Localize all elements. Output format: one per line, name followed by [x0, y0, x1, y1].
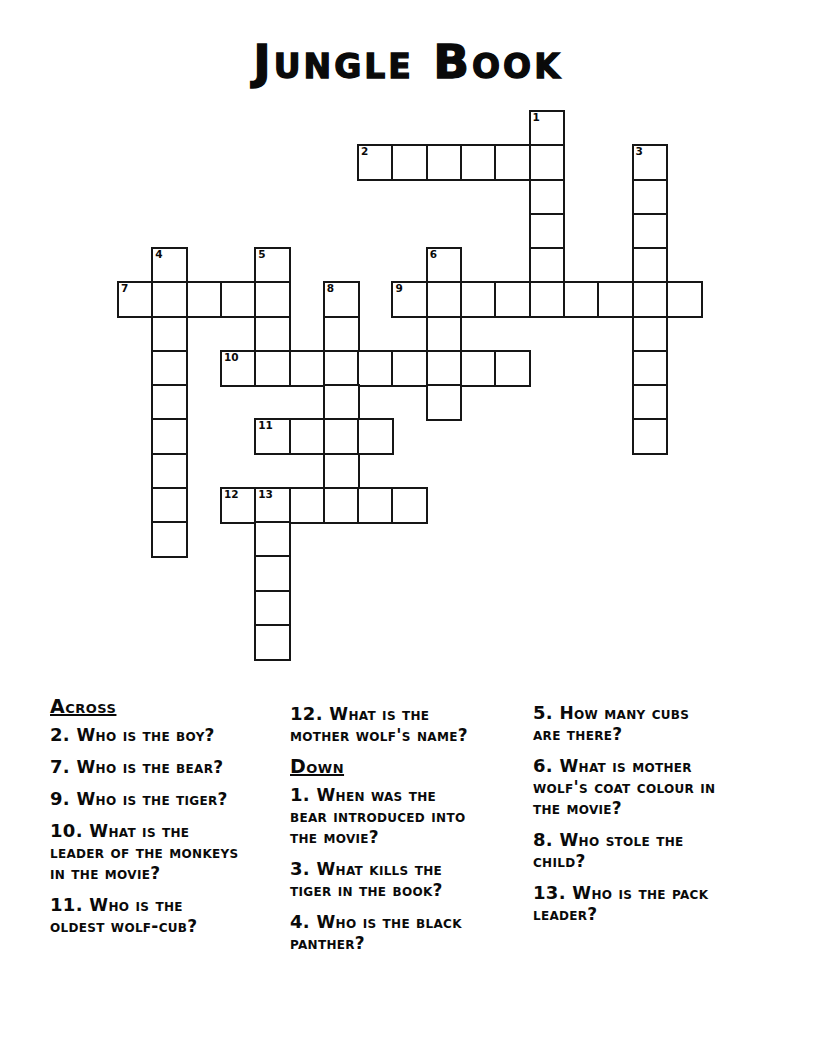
grid-cell-r4-c4[interactable]: 5 — [254, 247, 291, 284]
clue-text: Who is the bear? — [77, 757, 224, 777]
cell-number-11: 11 — [258, 420, 273, 432]
cell-number-8: 8 — [327, 283, 334, 295]
cell-number-6: 6 — [430, 249, 437, 261]
grid-cell-r6-c6[interactable] — [323, 316, 360, 353]
grid-cell-r1-c10[interactable] — [460, 144, 497, 181]
clue-number-label: 10. — [50, 820, 89, 841]
clue-9: 9. Who is the tiger? — [50, 788, 298, 810]
clue-number-label: 2. — [50, 724, 77, 745]
grid-cell-r9-c1[interactable] — [151, 418, 188, 455]
grid-cell-r8-c1[interactable] — [151, 384, 188, 421]
cell-number-12: 12 — [224, 489, 239, 501]
clue-text: Who is the black panther? — [290, 912, 462, 953]
clue-number-label: 7. — [50, 756, 77, 777]
clue-number-label: 9. — [50, 788, 77, 809]
grid-cell-r3-c15[interactable] — [632, 213, 669, 250]
grid-cell-r7-c15[interactable] — [632, 350, 669, 387]
grid-cell-r11-c7[interactable] — [357, 487, 394, 524]
grid-cell-r6-c4[interactable] — [254, 316, 291, 353]
clue-text: Who is the tiger? — [77, 789, 228, 809]
grid-cell-r2-c12[interactable] — [529, 179, 566, 216]
grid-cell-r7-c5[interactable] — [289, 350, 326, 387]
grid-cell-r4-c1[interactable]: 4 — [151, 247, 188, 284]
clue-8: 8. Who stole the child? — [533, 829, 781, 872]
grid-cell-r11-c4[interactable]: 13 — [254, 487, 291, 524]
grid-cell-r6-c1[interactable] — [151, 316, 188, 353]
clue-1: 1. When was the bear introduced into the… — [290, 784, 538, 848]
clue-number-label: 12. — [290, 703, 329, 724]
grid-cell-r5-c15[interactable] — [632, 281, 669, 318]
grid-cell-r11-c6[interactable] — [323, 487, 360, 524]
grid-cell-r11-c8[interactable] — [391, 487, 428, 524]
clue-text: What is mother wolf's coat colour in the… — [533, 756, 715, 818]
clue-column-middle: 12. What is the mother wolf's name?Down1… — [290, 703, 538, 964]
grid-cell-r5-c10[interactable] — [460, 281, 497, 318]
grid-cell-r5-c0[interactable]: 7 — [117, 281, 154, 318]
grid-cell-r1-c12[interactable] — [529, 144, 566, 181]
grid-cell-r9-c15[interactable] — [632, 418, 669, 455]
grid-cell-r4-c12[interactable] — [529, 247, 566, 284]
grid-cell-r1-c8[interactable] — [391, 144, 428, 181]
grid-cell-r1-c9[interactable] — [426, 144, 463, 181]
cell-number-3: 3 — [636, 146, 643, 158]
grid-cell-r7-c9[interactable] — [426, 350, 463, 387]
grid-cell-r5-c3[interactable] — [220, 281, 257, 318]
clue-number-label: 8. — [533, 829, 560, 850]
grid-cell-r5-c6[interactable]: 8 — [323, 281, 360, 318]
grid-cell-r1-c7[interactable]: 2 — [357, 144, 394, 181]
clue-column-right: 5. How many cubs are there?6. What is mo… — [533, 702, 781, 935]
grid-cell-r2-c15[interactable] — [632, 179, 669, 216]
grid-cell-r8-c6[interactable] — [323, 384, 360, 421]
grid-cell-r9-c7[interactable] — [357, 418, 394, 455]
grid-cell-r5-c4[interactable] — [254, 281, 291, 318]
clue-text: When was the bear introduced into the mo… — [290, 785, 465, 847]
clue-text: Who is the boy? — [77, 725, 215, 745]
grid-cell-r7-c6[interactable] — [323, 350, 360, 387]
grid-cell-r7-c10[interactable] — [460, 350, 497, 387]
grid-cell-r7-c11[interactable] — [494, 350, 531, 387]
grid-cell-r6-c15[interactable] — [632, 316, 669, 353]
grid-cell-r8-c15[interactable] — [632, 384, 669, 421]
grid-cell-r1-c15[interactable]: 3 — [632, 144, 669, 181]
clue-5: 5. How many cubs are there? — [533, 702, 781, 745]
grid-cell-r7-c3[interactable]: 10 — [220, 350, 257, 387]
clue-number-label: 1. — [290, 784, 317, 805]
clue-3: 3. What kills the tiger in the book? — [290, 858, 538, 901]
down-header: Down — [290, 756, 538, 777]
clue-number-label: 13. — [533, 882, 572, 903]
clue-column-left: Across2. Who is the boy?7. Who is the be… — [50, 696, 298, 947]
cell-number-7: 7 — [121, 283, 128, 295]
grid-cell-r5-c2[interactable] — [186, 281, 223, 318]
grid-cell-r14-c4[interactable] — [254, 590, 291, 627]
grid-cell-r5-c8[interactable]: 9 — [391, 281, 428, 318]
grid-cell-r10-c6[interactable] — [323, 453, 360, 490]
cell-number-1: 1 — [533, 112, 540, 124]
grid-cell-r5-c16[interactable] — [666, 281, 703, 318]
grid-cell-r9-c5[interactable] — [289, 418, 326, 455]
grid-cell-r7-c1[interactable] — [151, 350, 188, 387]
cell-number-5: 5 — [258, 249, 265, 261]
across-header: Across — [50, 696, 298, 717]
crossword-grid: 12345678910111213 — [117, 110, 703, 661]
grid-cell-r10-c1[interactable] — [151, 453, 188, 490]
clue-10: 10. What is the leader of the monkeys in… — [50, 820, 298, 884]
clue-12: 12. What is the mother wolf's name? — [290, 703, 538, 746]
grid-cell-r7-c4[interactable] — [254, 350, 291, 387]
grid-cell-r5-c1[interactable] — [151, 281, 188, 318]
grid-cell-r11-c5[interactable] — [289, 487, 326, 524]
clue-13: 13. Who is the pack leader? — [533, 882, 781, 925]
grid-cell-r3-c12[interactable] — [529, 213, 566, 250]
grid-cell-r6-c9[interactable] — [426, 316, 463, 353]
grid-cell-r4-c15[interactable] — [632, 247, 669, 284]
grid-cell-r7-c7[interactable] — [357, 350, 394, 387]
grid-cell-r8-c9[interactable] — [426, 384, 463, 421]
cell-number-13: 13 — [258, 489, 273, 501]
grid-cell-r5-c9[interactable] — [426, 281, 463, 318]
grid-cell-r11-c3[interactable]: 12 — [220, 487, 257, 524]
grid-cell-r15-c4[interactable] — [254, 624, 291, 661]
grid-cell-r1-c11[interactable] — [494, 144, 531, 181]
grid-cell-r11-c1[interactable] — [151, 487, 188, 524]
clue-number-label: 11. — [50, 894, 89, 915]
clue-7: 7. Who is the bear? — [50, 756, 298, 778]
clue-4: 4. Who is the black panther? — [290, 911, 538, 954]
grid-cell-r5-c13[interactable] — [563, 281, 600, 318]
puzzle-title: Jungle Book — [0, 38, 816, 85]
clue-number-label: 3. — [290, 858, 317, 879]
grid-cell-r0-c12[interactable]: 1 — [529, 110, 566, 147]
grid-cell-r9-c6[interactable] — [323, 418, 360, 455]
clue-6: 6. What is mother wolf's coat colour in … — [533, 755, 781, 819]
cell-number-9: 9 — [395, 283, 402, 295]
clue-2: 2. Who is the boy? — [50, 724, 298, 746]
grid-cell-r4-c9[interactable]: 6 — [426, 247, 463, 284]
grid-cell-r5-c11[interactable] — [494, 281, 531, 318]
grid-cell-r5-c12[interactable] — [529, 281, 566, 318]
grid-cell-r5-c14[interactable] — [597, 281, 634, 318]
grid-cell-r7-c8[interactable] — [391, 350, 428, 387]
grid-cell-r12-c1[interactable] — [151, 521, 188, 558]
grid-cell-r12-c4[interactable] — [254, 521, 291, 558]
grid-cell-r9-c4[interactable]: 11 — [254, 418, 291, 455]
clue-number-label: 5. — [533, 702, 560, 723]
crossword-page: Jungle Book 12345678910111213 Across2. W… — [0, 0, 816, 1056]
clue-11: 11. Who is the oldest wolf-cub? — [50, 894, 298, 937]
grid-cell-r13-c4[interactable] — [254, 555, 291, 592]
cell-number-2: 2 — [361, 146, 368, 158]
clue-number-label: 4. — [290, 911, 317, 932]
cell-number-4: 4 — [155, 249, 162, 261]
cell-number-10: 10 — [224, 352, 239, 364]
clue-number-label: 6. — [533, 755, 560, 776]
